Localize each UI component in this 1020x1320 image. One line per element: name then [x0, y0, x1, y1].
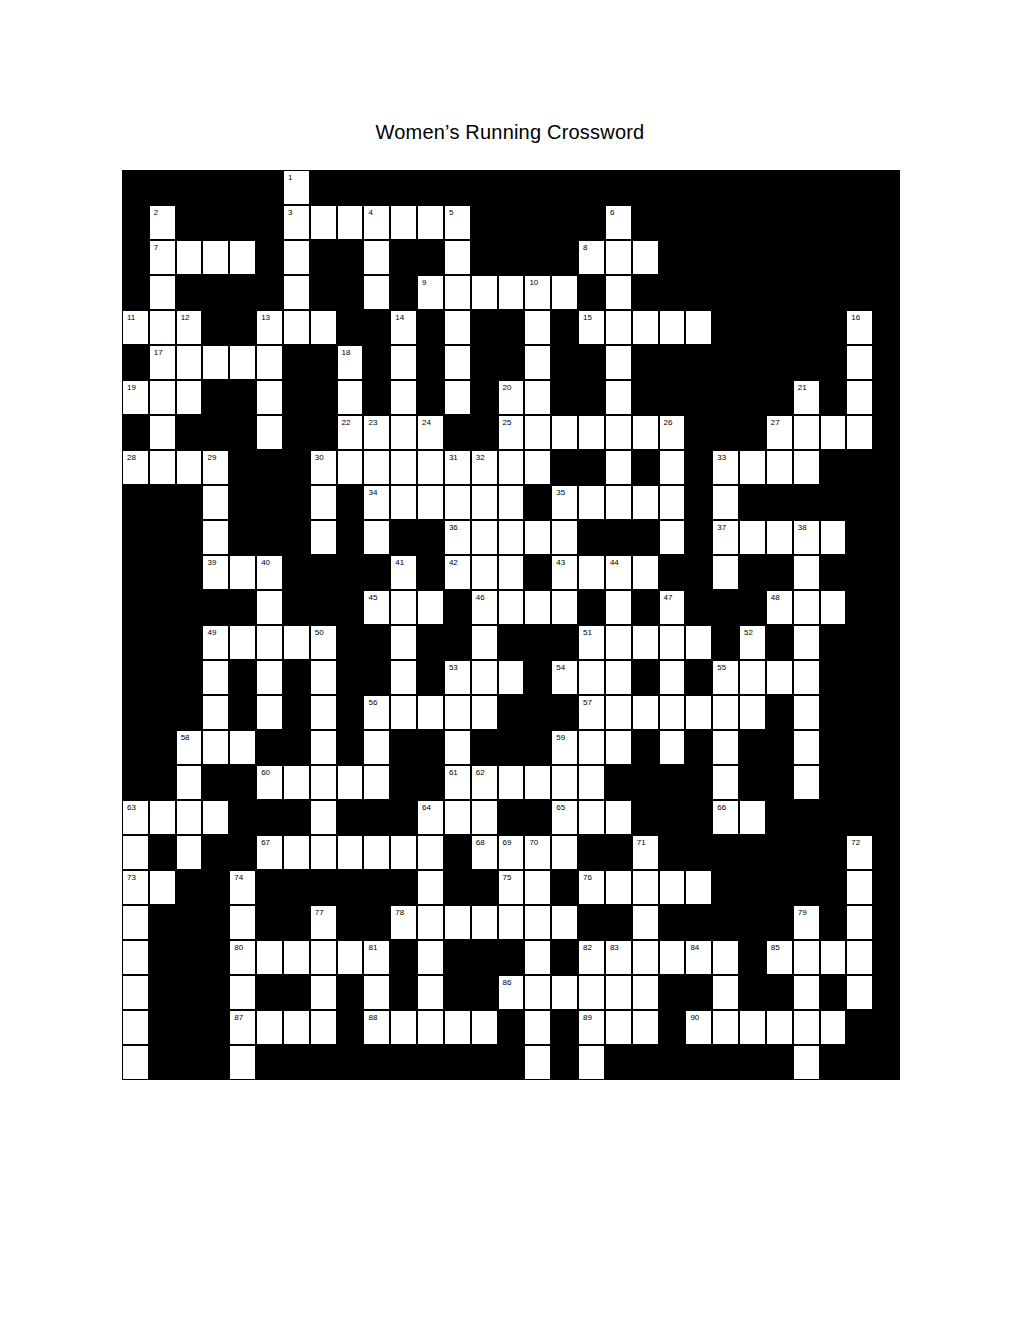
- white-cell[interactable]: [202, 695, 229, 730]
- white-cell[interactable]: 42: [444, 555, 471, 590]
- white-cell[interactable]: 49: [202, 625, 229, 660]
- white-cell[interactable]: [363, 450, 390, 485]
- white-cell[interactable]: [417, 905, 444, 940]
- white-cell[interactable]: 66: [712, 800, 739, 835]
- white-cell[interactable]: 18: [337, 345, 364, 380]
- white-cell[interactable]: [739, 450, 766, 485]
- white-cell[interactable]: [498, 275, 525, 310]
- white-cell[interactable]: [632, 975, 659, 1010]
- white-cell[interactable]: [337, 205, 364, 240]
- white-cell[interactable]: 54: [551, 660, 578, 695]
- white-cell[interactable]: [283, 765, 310, 800]
- white-cell[interactable]: [176, 800, 203, 835]
- white-cell[interactable]: 64: [417, 800, 444, 835]
- white-cell[interactable]: 57: [578, 695, 605, 730]
- white-cell[interactable]: 51: [578, 625, 605, 660]
- white-cell[interactable]: 4: [363, 205, 390, 240]
- white-cell[interactable]: [659, 310, 686, 345]
- white-cell[interactable]: 69: [498, 835, 525, 870]
- white-cell[interactable]: 8: [578, 240, 605, 275]
- white-cell[interactable]: [390, 660, 417, 695]
- white-cell[interactable]: 40: [256, 555, 283, 590]
- white-cell[interactable]: 10: [524, 275, 551, 310]
- white-cell[interactable]: 82: [578, 940, 605, 975]
- white-cell[interactable]: [283, 275, 310, 310]
- white-cell[interactable]: [417, 695, 444, 730]
- white-cell[interactable]: [739, 520, 766, 555]
- white-cell[interactable]: [471, 1010, 498, 1045]
- white-cell[interactable]: 35: [551, 485, 578, 520]
- white-cell[interactable]: [524, 870, 551, 905]
- white-cell[interactable]: 32: [471, 450, 498, 485]
- white-cell[interactable]: [605, 975, 632, 1010]
- white-cell[interactable]: [363, 240, 390, 275]
- white-cell[interactable]: 79: [793, 905, 820, 940]
- white-cell[interactable]: [605, 275, 632, 310]
- white-cell[interactable]: [310, 765, 337, 800]
- white-cell[interactable]: 50: [310, 625, 337, 660]
- white-cell[interactable]: 14: [390, 310, 417, 345]
- white-cell[interactable]: 37: [712, 520, 739, 555]
- white-cell[interactable]: 55: [712, 660, 739, 695]
- white-cell[interactable]: [498, 520, 525, 555]
- white-cell[interactable]: [524, 975, 551, 1010]
- white-cell[interactable]: [149, 870, 176, 905]
- white-cell[interactable]: [793, 940, 820, 975]
- white-cell[interactable]: [793, 590, 820, 625]
- white-cell[interactable]: [846, 345, 873, 380]
- white-cell[interactable]: [793, 415, 820, 450]
- white-cell[interactable]: [659, 870, 686, 905]
- white-cell[interactable]: [524, 520, 551, 555]
- white-cell[interactable]: [390, 625, 417, 660]
- white-cell[interactable]: 70: [524, 835, 551, 870]
- white-cell[interactable]: 86: [498, 975, 525, 1010]
- white-cell[interactable]: [417, 1010, 444, 1045]
- white-cell[interactable]: [659, 485, 686, 520]
- white-cell[interactable]: 20: [498, 380, 525, 415]
- white-cell[interactable]: [471, 660, 498, 695]
- white-cell[interactable]: 88: [363, 1010, 390, 1045]
- white-cell[interactable]: [471, 555, 498, 590]
- white-cell[interactable]: [578, 765, 605, 800]
- white-cell[interactable]: 73: [122, 870, 149, 905]
- white-cell[interactable]: [471, 695, 498, 730]
- white-cell[interactable]: [551, 765, 578, 800]
- white-cell[interactable]: [739, 800, 766, 835]
- white-cell[interactable]: 17: [149, 345, 176, 380]
- white-cell[interactable]: [712, 1010, 739, 1045]
- white-cell[interactable]: [471, 275, 498, 310]
- white-cell[interactable]: [632, 940, 659, 975]
- white-cell[interactable]: [498, 660, 525, 695]
- white-cell[interactable]: [444, 240, 471, 275]
- white-cell[interactable]: [846, 870, 873, 905]
- white-cell[interactable]: [820, 415, 847, 450]
- white-cell[interactable]: [712, 555, 739, 590]
- white-cell[interactable]: [417, 450, 444, 485]
- white-cell[interactable]: [498, 485, 525, 520]
- white-cell[interactable]: [176, 240, 203, 275]
- white-cell[interactable]: [766, 660, 793, 695]
- white-cell[interactable]: [283, 625, 310, 660]
- white-cell[interactable]: 83: [605, 940, 632, 975]
- white-cell[interactable]: [605, 380, 632, 415]
- white-cell[interactable]: [793, 555, 820, 590]
- white-cell[interactable]: [793, 730, 820, 765]
- white-cell[interactable]: 84: [685, 940, 712, 975]
- white-cell[interactable]: [524, 1010, 551, 1045]
- white-cell[interactable]: [524, 590, 551, 625]
- white-cell[interactable]: [605, 415, 632, 450]
- white-cell[interactable]: [417, 975, 444, 1010]
- white-cell[interactable]: [712, 940, 739, 975]
- white-cell[interactable]: [632, 695, 659, 730]
- white-cell[interactable]: [390, 450, 417, 485]
- white-cell[interactable]: [256, 590, 283, 625]
- white-cell[interactable]: [739, 695, 766, 730]
- white-cell[interactable]: [793, 1010, 820, 1045]
- white-cell[interactable]: [578, 975, 605, 1010]
- white-cell[interactable]: 87: [229, 1010, 256, 1045]
- white-cell[interactable]: 60: [256, 765, 283, 800]
- white-cell[interactable]: [578, 730, 605, 765]
- white-cell[interactable]: 16: [846, 310, 873, 345]
- white-cell[interactable]: [176, 835, 203, 870]
- white-cell[interactable]: [256, 380, 283, 415]
- white-cell[interactable]: [471, 625, 498, 660]
- white-cell[interactable]: 48: [766, 590, 793, 625]
- white-cell[interactable]: [846, 380, 873, 415]
- white-cell[interactable]: [202, 660, 229, 695]
- white-cell[interactable]: [632, 485, 659, 520]
- white-cell[interactable]: [202, 520, 229, 555]
- white-cell[interactable]: [793, 450, 820, 485]
- white-cell[interactable]: [766, 520, 793, 555]
- white-cell[interactable]: 24: [417, 415, 444, 450]
- white-cell[interactable]: [578, 415, 605, 450]
- white-cell[interactable]: [310, 800, 337, 835]
- white-cell[interactable]: 74: [229, 870, 256, 905]
- white-cell[interactable]: [605, 450, 632, 485]
- white-cell[interactable]: 12: [176, 310, 203, 345]
- white-cell[interactable]: [739, 660, 766, 695]
- white-cell[interactable]: [712, 695, 739, 730]
- white-cell[interactable]: [793, 695, 820, 730]
- white-cell[interactable]: [176, 345, 203, 380]
- white-cell[interactable]: [685, 870, 712, 905]
- white-cell[interactable]: [337, 450, 364, 485]
- white-cell[interactable]: [605, 625, 632, 660]
- white-cell[interactable]: 5: [444, 205, 471, 240]
- white-cell[interactable]: 31: [444, 450, 471, 485]
- white-cell[interactable]: [471, 520, 498, 555]
- white-cell[interactable]: [176, 765, 203, 800]
- white-cell[interactable]: [632, 240, 659, 275]
- white-cell[interactable]: [632, 1010, 659, 1045]
- white-cell[interactable]: [605, 1010, 632, 1045]
- white-cell[interactable]: [283, 1010, 310, 1045]
- white-cell[interactable]: [310, 205, 337, 240]
- white-cell[interactable]: 67: [256, 835, 283, 870]
- white-cell[interactable]: 77: [310, 905, 337, 940]
- white-cell[interactable]: [498, 590, 525, 625]
- white-cell[interactable]: [202, 730, 229, 765]
- white-cell[interactable]: [578, 485, 605, 520]
- white-cell[interactable]: [712, 975, 739, 1010]
- white-cell[interactable]: [202, 485, 229, 520]
- white-cell[interactable]: 34: [363, 485, 390, 520]
- white-cell[interactable]: 22: [337, 415, 364, 450]
- white-cell[interactable]: [229, 975, 256, 1010]
- white-cell[interactable]: [793, 1045, 820, 1080]
- white-cell[interactable]: [310, 975, 337, 1010]
- white-cell[interactable]: [793, 975, 820, 1010]
- white-cell[interactable]: 36: [444, 520, 471, 555]
- white-cell[interactable]: 52: [739, 625, 766, 660]
- white-cell[interactable]: 56: [363, 695, 390, 730]
- white-cell[interactable]: [390, 205, 417, 240]
- white-cell[interactable]: [310, 835, 337, 870]
- white-cell[interactable]: [471, 800, 498, 835]
- white-cell[interactable]: [229, 625, 256, 660]
- white-cell[interactable]: [256, 345, 283, 380]
- white-cell[interactable]: [820, 590, 847, 625]
- white-cell[interactable]: [390, 380, 417, 415]
- white-cell[interactable]: [337, 940, 364, 975]
- white-cell[interactable]: [417, 835, 444, 870]
- white-cell[interactable]: [578, 555, 605, 590]
- white-cell[interactable]: 80: [229, 940, 256, 975]
- white-cell[interactable]: 7: [149, 240, 176, 275]
- white-cell[interactable]: 89: [578, 1010, 605, 1045]
- white-cell[interactable]: [417, 940, 444, 975]
- white-cell[interactable]: [337, 835, 364, 870]
- white-cell[interactable]: [417, 870, 444, 905]
- white-cell[interactable]: [605, 345, 632, 380]
- white-cell[interactable]: 26: [659, 415, 686, 450]
- white-cell[interactable]: [283, 310, 310, 345]
- white-cell[interactable]: [176, 450, 203, 485]
- white-cell[interactable]: [605, 590, 632, 625]
- white-cell[interactable]: 41: [390, 555, 417, 590]
- white-cell[interactable]: [444, 695, 471, 730]
- white-cell[interactable]: 1: [283, 170, 310, 205]
- white-cell[interactable]: 3: [283, 205, 310, 240]
- white-cell[interactable]: [149, 310, 176, 345]
- white-cell[interactable]: [390, 835, 417, 870]
- white-cell[interactable]: [444, 380, 471, 415]
- white-cell[interactable]: 30: [310, 450, 337, 485]
- white-cell[interactable]: [149, 380, 176, 415]
- white-cell[interactable]: [122, 975, 149, 1010]
- white-cell[interactable]: [256, 695, 283, 730]
- white-cell[interactable]: [632, 555, 659, 590]
- white-cell[interactable]: [659, 625, 686, 660]
- white-cell[interactable]: [524, 380, 551, 415]
- white-cell[interactable]: 61: [444, 765, 471, 800]
- white-cell[interactable]: [659, 730, 686, 765]
- white-cell[interactable]: [524, 765, 551, 800]
- white-cell[interactable]: [444, 310, 471, 345]
- white-cell[interactable]: [605, 695, 632, 730]
- white-cell[interactable]: [793, 625, 820, 660]
- white-cell[interactable]: [498, 765, 525, 800]
- white-cell[interactable]: [524, 310, 551, 345]
- white-cell[interactable]: [605, 485, 632, 520]
- white-cell[interactable]: [390, 345, 417, 380]
- white-cell[interactable]: [229, 345, 256, 380]
- white-cell[interactable]: [310, 485, 337, 520]
- white-cell[interactable]: [524, 450, 551, 485]
- white-cell[interactable]: [363, 730, 390, 765]
- white-cell[interactable]: [417, 205, 444, 240]
- white-cell[interactable]: [524, 1045, 551, 1080]
- white-cell[interactable]: 29: [202, 450, 229, 485]
- white-cell[interactable]: [605, 870, 632, 905]
- white-cell[interactable]: [256, 1010, 283, 1045]
- white-cell[interactable]: [766, 1010, 793, 1045]
- white-cell[interactable]: [551, 975, 578, 1010]
- white-cell[interactable]: [444, 275, 471, 310]
- white-cell[interactable]: 76: [578, 870, 605, 905]
- white-cell[interactable]: 33: [712, 450, 739, 485]
- white-cell[interactable]: 90: [685, 1010, 712, 1045]
- white-cell[interactable]: 19: [122, 380, 149, 415]
- white-cell[interactable]: [444, 730, 471, 765]
- white-cell[interactable]: [524, 940, 551, 975]
- white-cell[interactable]: 9: [417, 275, 444, 310]
- white-cell[interactable]: 59: [551, 730, 578, 765]
- white-cell[interactable]: 46: [471, 590, 498, 625]
- white-cell[interactable]: [363, 520, 390, 555]
- white-cell[interactable]: [444, 345, 471, 380]
- white-cell[interactable]: [659, 660, 686, 695]
- white-cell[interactable]: 72: [846, 835, 873, 870]
- white-cell[interactable]: [122, 940, 149, 975]
- white-cell[interactable]: [605, 800, 632, 835]
- white-cell[interactable]: [632, 310, 659, 345]
- white-cell[interactable]: [551, 275, 578, 310]
- white-cell[interactable]: 38: [793, 520, 820, 555]
- white-cell[interactable]: [390, 695, 417, 730]
- white-cell[interactable]: [444, 485, 471, 520]
- white-cell[interactable]: [149, 415, 176, 450]
- white-cell[interactable]: 13: [256, 310, 283, 345]
- white-cell[interactable]: 63: [122, 800, 149, 835]
- white-cell[interactable]: 2: [149, 205, 176, 240]
- white-cell[interactable]: [417, 590, 444, 625]
- white-cell[interactable]: 65: [551, 800, 578, 835]
- white-cell[interactable]: 39: [202, 555, 229, 590]
- white-cell[interactable]: [283, 240, 310, 275]
- white-cell[interactable]: [471, 905, 498, 940]
- white-cell[interactable]: [605, 240, 632, 275]
- white-cell[interactable]: [578, 1045, 605, 1080]
- white-cell[interactable]: [551, 835, 578, 870]
- white-cell[interactable]: [444, 800, 471, 835]
- white-cell[interactable]: [846, 975, 873, 1010]
- white-cell[interactable]: [605, 660, 632, 695]
- white-cell[interactable]: [524, 905, 551, 940]
- white-cell[interactable]: [605, 730, 632, 765]
- white-cell[interactable]: [659, 520, 686, 555]
- white-cell[interactable]: [685, 625, 712, 660]
- white-cell[interactable]: [685, 695, 712, 730]
- white-cell[interactable]: [256, 625, 283, 660]
- white-cell[interactable]: 15: [578, 310, 605, 345]
- white-cell[interactable]: [605, 310, 632, 345]
- white-cell[interactable]: [202, 345, 229, 380]
- white-cell[interactable]: 78: [390, 905, 417, 940]
- white-cell[interactable]: [229, 1045, 256, 1080]
- white-cell[interactable]: [363, 975, 390, 1010]
- white-cell[interactable]: 28: [122, 450, 149, 485]
- white-cell[interactable]: [444, 1010, 471, 1045]
- white-cell[interactable]: 81: [363, 940, 390, 975]
- white-cell[interactable]: [149, 275, 176, 310]
- white-cell[interactable]: [229, 730, 256, 765]
- white-cell[interactable]: [632, 415, 659, 450]
- white-cell[interactable]: [122, 1010, 149, 1045]
- white-cell[interactable]: [766, 450, 793, 485]
- white-cell[interactable]: [256, 940, 283, 975]
- white-cell[interactable]: [551, 590, 578, 625]
- white-cell[interactable]: [820, 1010, 847, 1045]
- white-cell[interactable]: [498, 450, 525, 485]
- white-cell[interactable]: [122, 835, 149, 870]
- white-cell[interactable]: [122, 1045, 149, 1080]
- white-cell[interactable]: [256, 415, 283, 450]
- white-cell[interactable]: [229, 905, 256, 940]
- white-cell[interactable]: [390, 590, 417, 625]
- white-cell[interactable]: [337, 380, 364, 415]
- white-cell[interactable]: [793, 660, 820, 695]
- white-cell[interactable]: [310, 660, 337, 695]
- white-cell[interactable]: [202, 800, 229, 835]
- white-cell[interactable]: [444, 905, 471, 940]
- white-cell[interactable]: [846, 940, 873, 975]
- white-cell[interactable]: [229, 555, 256, 590]
- white-cell[interactable]: [524, 415, 551, 450]
- white-cell[interactable]: 6: [605, 205, 632, 240]
- white-cell[interactable]: [632, 870, 659, 905]
- white-cell[interactable]: [820, 520, 847, 555]
- white-cell[interactable]: [551, 905, 578, 940]
- white-cell[interactable]: [390, 415, 417, 450]
- white-cell[interactable]: [310, 1010, 337, 1045]
- white-cell[interactable]: 45: [363, 590, 390, 625]
- white-cell[interactable]: [685, 310, 712, 345]
- white-cell[interactable]: 21: [793, 380, 820, 415]
- white-cell[interactable]: [337, 765, 364, 800]
- white-cell[interactable]: [310, 730, 337, 765]
- white-cell[interactable]: 53: [444, 660, 471, 695]
- white-cell[interactable]: [310, 940, 337, 975]
- white-cell[interactable]: 85: [766, 940, 793, 975]
- white-cell[interactable]: [390, 485, 417, 520]
- white-cell[interactable]: [149, 450, 176, 485]
- white-cell[interactable]: [712, 765, 739, 800]
- white-cell[interactable]: [417, 485, 444, 520]
- white-cell[interactable]: [846, 905, 873, 940]
- white-cell[interactable]: [256, 660, 283, 695]
- white-cell[interactable]: [498, 905, 525, 940]
- white-cell[interactable]: 11: [122, 310, 149, 345]
- white-cell[interactable]: [659, 940, 686, 975]
- white-cell[interactable]: [498, 555, 525, 590]
- white-cell[interactable]: [310, 520, 337, 555]
